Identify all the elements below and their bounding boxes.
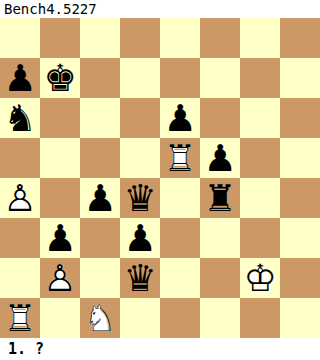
square-g1[interactable] xyxy=(240,298,280,338)
white-rook-icon: ♜ xyxy=(0,298,40,338)
square-c5[interactable] xyxy=(80,138,120,178)
black-pawn-icon: ♟ xyxy=(160,98,200,138)
square-b8[interactable] xyxy=(40,18,80,58)
square-f2[interactable] xyxy=(200,258,240,298)
black-pawn-icon: ♟ xyxy=(40,218,80,258)
square-d3[interactable]: ♟ xyxy=(120,218,160,258)
square-g5[interactable] xyxy=(240,138,280,178)
square-c1[interactable]: ♞♘ xyxy=(80,298,120,338)
square-a2[interactable] xyxy=(0,258,40,298)
white-knight-outline-icon: ♘ xyxy=(80,298,120,338)
square-g2[interactable]: ♚♔ xyxy=(240,258,280,298)
square-b6[interactable] xyxy=(40,98,80,138)
square-d7[interactable] xyxy=(120,58,160,98)
black-pawn-icon: ♟ xyxy=(0,58,40,98)
white-king-outline-icon: ♔ xyxy=(240,258,280,298)
black-pawn-icon: ♟ xyxy=(120,218,160,258)
square-d6[interactable] xyxy=(120,98,160,138)
square-c7[interactable] xyxy=(80,58,120,98)
square-g4[interactable] xyxy=(240,178,280,218)
white-pawn-icon: ♟ xyxy=(40,258,80,298)
white-pawn-outline-icon: ♙ xyxy=(40,258,80,298)
black-knight-icon: ♞ xyxy=(0,98,40,138)
square-e6[interactable]: ♟ xyxy=(160,98,200,138)
black-queen-icon: ♛ xyxy=(120,258,160,298)
square-a4[interactable]: ♟♙ xyxy=(0,178,40,218)
square-e3[interactable] xyxy=(160,218,200,258)
square-b1[interactable] xyxy=(40,298,80,338)
square-a6[interactable]: ♞ xyxy=(0,98,40,138)
square-c3[interactable] xyxy=(80,218,120,258)
white-king-icon: ♚ xyxy=(240,258,280,298)
black-pawn-icon: ♟ xyxy=(80,178,120,218)
square-g7[interactable] xyxy=(240,58,280,98)
white-rook-outline-icon: ♖ xyxy=(160,138,200,178)
square-f6[interactable] xyxy=(200,98,240,138)
black-queen-icon: ♛ xyxy=(120,178,160,218)
square-c6[interactable] xyxy=(80,98,120,138)
white-knight-icon: ♞ xyxy=(80,298,120,338)
square-h2[interactable] xyxy=(280,258,320,298)
square-e2[interactable] xyxy=(160,258,200,298)
white-rook-icon: ♜ xyxy=(160,138,200,178)
move-prompt: 1. ? xyxy=(0,338,320,360)
square-d2[interactable]: ♛ xyxy=(120,258,160,298)
square-a3[interactable] xyxy=(0,218,40,258)
square-f4[interactable]: ♜ xyxy=(200,178,240,218)
square-d1[interactable] xyxy=(120,298,160,338)
white-pawn-icon: ♟ xyxy=(0,178,40,218)
square-b3[interactable]: ♟ xyxy=(40,218,80,258)
square-b5[interactable] xyxy=(40,138,80,178)
square-f5[interactable]: ♟ xyxy=(200,138,240,178)
black-pawn-icon: ♟ xyxy=(200,138,240,178)
square-h1[interactable] xyxy=(280,298,320,338)
white-rook-outline-icon: ♖ xyxy=(0,298,40,338)
square-e7[interactable] xyxy=(160,58,200,98)
square-h4[interactable] xyxy=(280,178,320,218)
chess-board: ♟♚♞♟♜♖♟♟♙♟♛♜♟♟♟♙♛♚♔♜♖♞♘ xyxy=(0,18,320,338)
black-rook-icon: ♜ xyxy=(200,178,240,218)
square-g8[interactable] xyxy=(240,18,280,58)
square-e8[interactable] xyxy=(160,18,200,58)
square-c8[interactable] xyxy=(80,18,120,58)
square-a5[interactable] xyxy=(0,138,40,178)
square-b2[interactable]: ♟♙ xyxy=(40,258,80,298)
square-h3[interactable] xyxy=(280,218,320,258)
square-b4[interactable] xyxy=(40,178,80,218)
square-a8[interactable] xyxy=(0,18,40,58)
square-c2[interactable] xyxy=(80,258,120,298)
square-h5[interactable] xyxy=(280,138,320,178)
square-e5[interactable]: ♜♖ xyxy=(160,138,200,178)
square-g6[interactable] xyxy=(240,98,280,138)
diagram-title: Bench4.5227 xyxy=(0,0,320,18)
white-pawn-outline-icon: ♙ xyxy=(0,178,40,218)
square-a7[interactable]: ♟ xyxy=(0,58,40,98)
black-king-icon: ♚ xyxy=(40,58,80,98)
square-f8[interactable] xyxy=(200,18,240,58)
square-e4[interactable] xyxy=(160,178,200,218)
square-d4[interactable]: ♛ xyxy=(120,178,160,218)
square-g3[interactable] xyxy=(240,218,280,258)
square-e1[interactable] xyxy=(160,298,200,338)
square-d8[interactable] xyxy=(120,18,160,58)
square-f7[interactable] xyxy=(200,58,240,98)
square-b7[interactable]: ♚ xyxy=(40,58,80,98)
square-h7[interactable] xyxy=(280,58,320,98)
square-a1[interactable]: ♜♖ xyxy=(0,298,40,338)
square-h6[interactable] xyxy=(280,98,320,138)
square-h8[interactable] xyxy=(280,18,320,58)
chess-diagram-window: Bench4.5227 ♟♚♞♟♜♖♟♟♙♟♛♜♟♟♟♙♛♚♔♜♖♞♘ 1. ? xyxy=(0,0,320,360)
square-f1[interactable] xyxy=(200,298,240,338)
square-d5[interactable] xyxy=(120,138,160,178)
square-c4[interactable]: ♟ xyxy=(80,178,120,218)
square-f3[interactable] xyxy=(200,218,240,258)
